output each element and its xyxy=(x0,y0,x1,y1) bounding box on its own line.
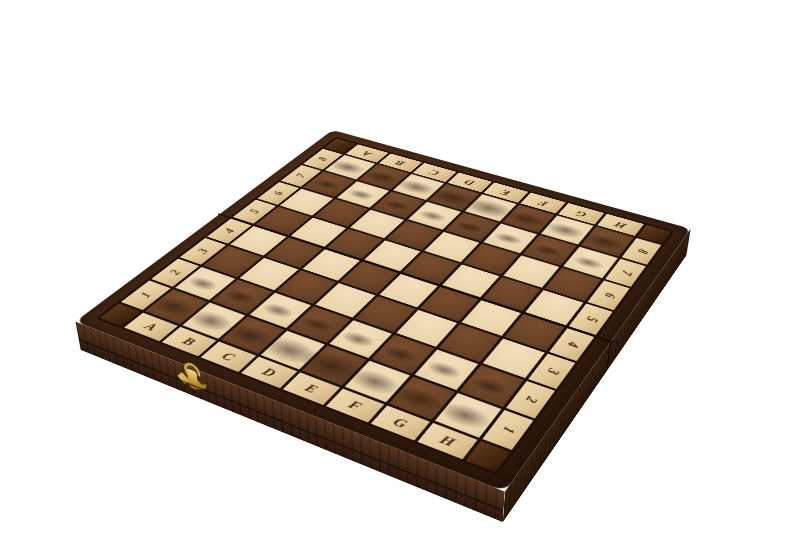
rank-label-text: 3 xyxy=(543,366,561,375)
rank-label-text: 4 xyxy=(563,340,580,349)
rank-label-text: 5 xyxy=(583,315,600,323)
rank-label-text: 1 xyxy=(499,424,518,434)
black-pawn-glyph: ♟ xyxy=(559,200,621,269)
rank-label-text: 6 xyxy=(601,291,617,299)
file-label-text: H xyxy=(437,433,458,448)
rank-label-text: 2 xyxy=(522,395,540,405)
board-top-surface: ABCDEFGH8♜♞♝♛♚♝♞♜87♟♟♟♟♟♟♟♟7665544332♟♟♟… xyxy=(75,130,690,492)
square-f6 xyxy=(463,243,518,274)
board-grid: ABCDEFGH8♜♞♝♛♚♝♞♜87♟♟♟♟♟♟♟♟7665544332♟♟♟… xyxy=(95,137,674,476)
rank-label-text: 7 xyxy=(618,269,634,276)
file-label-text: A xyxy=(142,321,161,333)
rank-label-text: 8 xyxy=(634,248,649,255)
file-label-text: B xyxy=(180,335,199,347)
white-rook-glyph: ♜ xyxy=(413,304,523,426)
file-label-text: E xyxy=(302,382,321,395)
file-label-text: C xyxy=(219,350,238,362)
file-label-text: G xyxy=(390,415,410,430)
file-label-text: D xyxy=(259,366,279,379)
file-label-text: F xyxy=(346,398,365,412)
photo-canvas: ABCDEFGH8♜♞♝♛♚♝♞♜87♟♟♟♟♟♟♟♟7665544332♟♟♟… xyxy=(0,0,800,533)
rank-label-text: 6 xyxy=(271,190,285,196)
chess-board: ABCDEFGH8♜♞♝♛♚♝♞♜87♟♟♟♟♟♟♟♟7665544332♟♟♟… xyxy=(75,130,690,492)
